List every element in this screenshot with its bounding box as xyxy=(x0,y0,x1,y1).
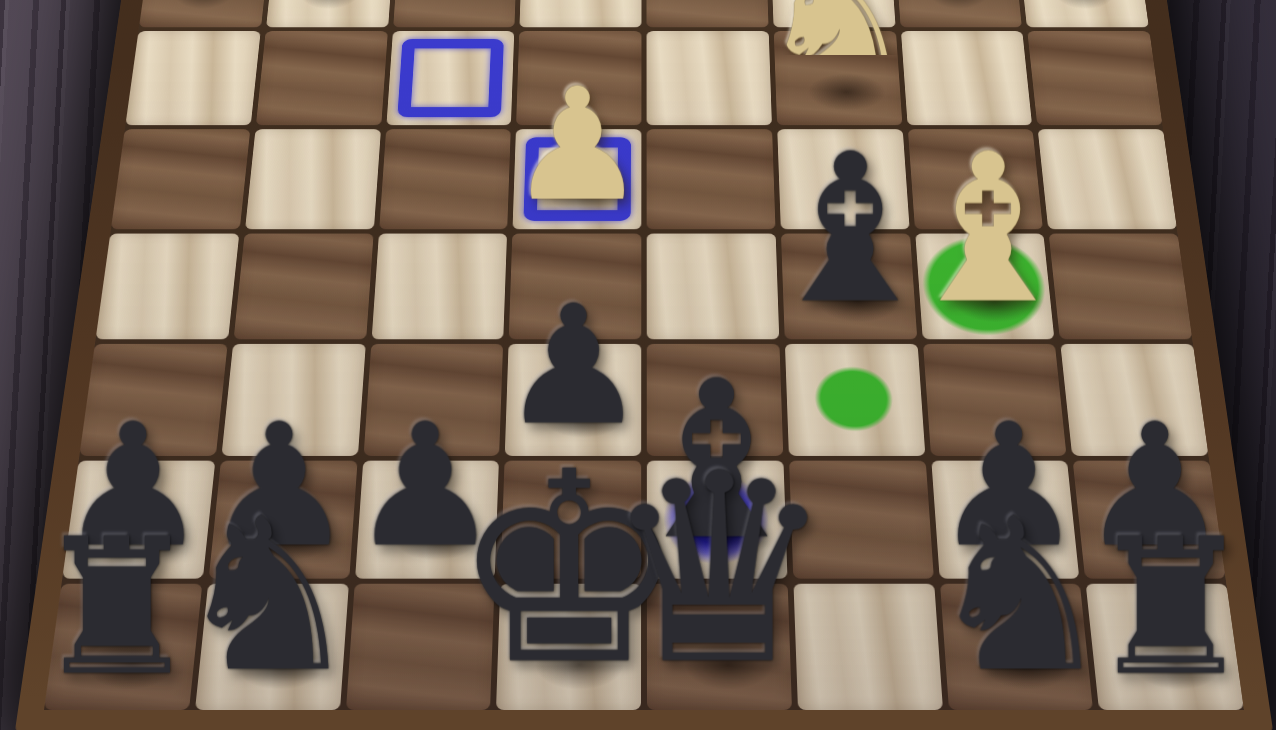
square-e4[interactable] xyxy=(513,129,642,229)
square-d7[interactable] xyxy=(647,460,787,579)
square-d5[interactable] xyxy=(647,234,779,340)
square-a5[interactable] xyxy=(1049,234,1192,340)
highlight-move-from-box-f3 xyxy=(397,38,504,117)
board-frame: ♜♞♚♛♞♜♟♟♟♝♟♟♟♝♝♟♞ xyxy=(15,0,1274,730)
square-d6[interactable] xyxy=(647,344,783,456)
square-a6[interactable] xyxy=(1061,344,1209,456)
square-h8[interactable] xyxy=(44,584,202,710)
square-e3[interactable] xyxy=(516,31,641,126)
square-d3[interactable] xyxy=(647,31,772,126)
square-h4[interactable] xyxy=(111,129,250,229)
square-f8[interactable] xyxy=(346,584,495,710)
highlight-move-to-box-e4 xyxy=(524,138,631,221)
square-g2[interactable] xyxy=(266,0,394,27)
square-e2[interactable] xyxy=(520,0,642,27)
square-f5[interactable] xyxy=(371,234,507,340)
square-c6[interactable] xyxy=(785,344,925,456)
square-g4[interactable] xyxy=(245,129,381,229)
square-f7[interactable] xyxy=(355,460,500,579)
square-b3[interactable] xyxy=(901,31,1033,126)
square-b4[interactable] xyxy=(907,129,1043,229)
square-g5[interactable] xyxy=(233,234,373,340)
square-g6[interactable] xyxy=(221,344,365,456)
square-d8[interactable] xyxy=(647,584,792,710)
square-e8[interactable] xyxy=(496,584,641,710)
app-viewport: { "game": "chess", "scene": "3D wooden c… xyxy=(0,0,1276,730)
square-a8[interactable] xyxy=(1086,584,1244,710)
square-b5[interactable] xyxy=(915,234,1055,340)
square-c2[interactable] xyxy=(770,0,895,27)
square-e5[interactable] xyxy=(509,234,641,340)
highlight-move-dot-c6 xyxy=(813,367,894,432)
square-c8[interactable] xyxy=(793,584,942,710)
square-g8[interactable] xyxy=(195,584,349,710)
square-c7[interactable] xyxy=(789,460,934,579)
chess-board[interactable] xyxy=(44,0,1244,710)
square-a2[interactable] xyxy=(1018,0,1149,27)
square-f2[interactable] xyxy=(393,0,518,27)
square-h3[interactable] xyxy=(125,31,260,126)
square-e6[interactable] xyxy=(505,344,641,456)
square-a4[interactable] xyxy=(1038,129,1177,229)
square-a7[interactable] xyxy=(1073,460,1226,579)
square-d4[interactable] xyxy=(647,129,776,229)
square-f3[interactable] xyxy=(386,31,514,126)
square-f4[interactable] xyxy=(379,129,511,229)
square-e7[interactable] xyxy=(501,460,641,579)
square-b6[interactable] xyxy=(923,344,1067,456)
square-g3[interactable] xyxy=(256,31,388,126)
highlight-selected-glow-d7 xyxy=(644,458,790,581)
square-h7[interactable] xyxy=(62,460,215,579)
square-c4[interactable] xyxy=(777,129,909,229)
square-f6[interactable] xyxy=(363,344,503,456)
square-h6[interactable] xyxy=(79,344,227,456)
square-b2[interactable] xyxy=(894,0,1022,27)
square-a3[interactable] xyxy=(1028,31,1163,126)
square-c3[interactable] xyxy=(774,31,902,126)
square-c5[interactable] xyxy=(781,234,917,340)
square-b7[interactable] xyxy=(931,460,1080,579)
square-d2[interactable] xyxy=(646,0,768,27)
square-g7[interactable] xyxy=(208,460,357,579)
square-h5[interactable] xyxy=(96,234,239,340)
square-b8[interactable] xyxy=(940,584,1094,710)
square-h2[interactable] xyxy=(139,0,270,27)
highlight-capture-disc-b5 xyxy=(919,237,1050,336)
